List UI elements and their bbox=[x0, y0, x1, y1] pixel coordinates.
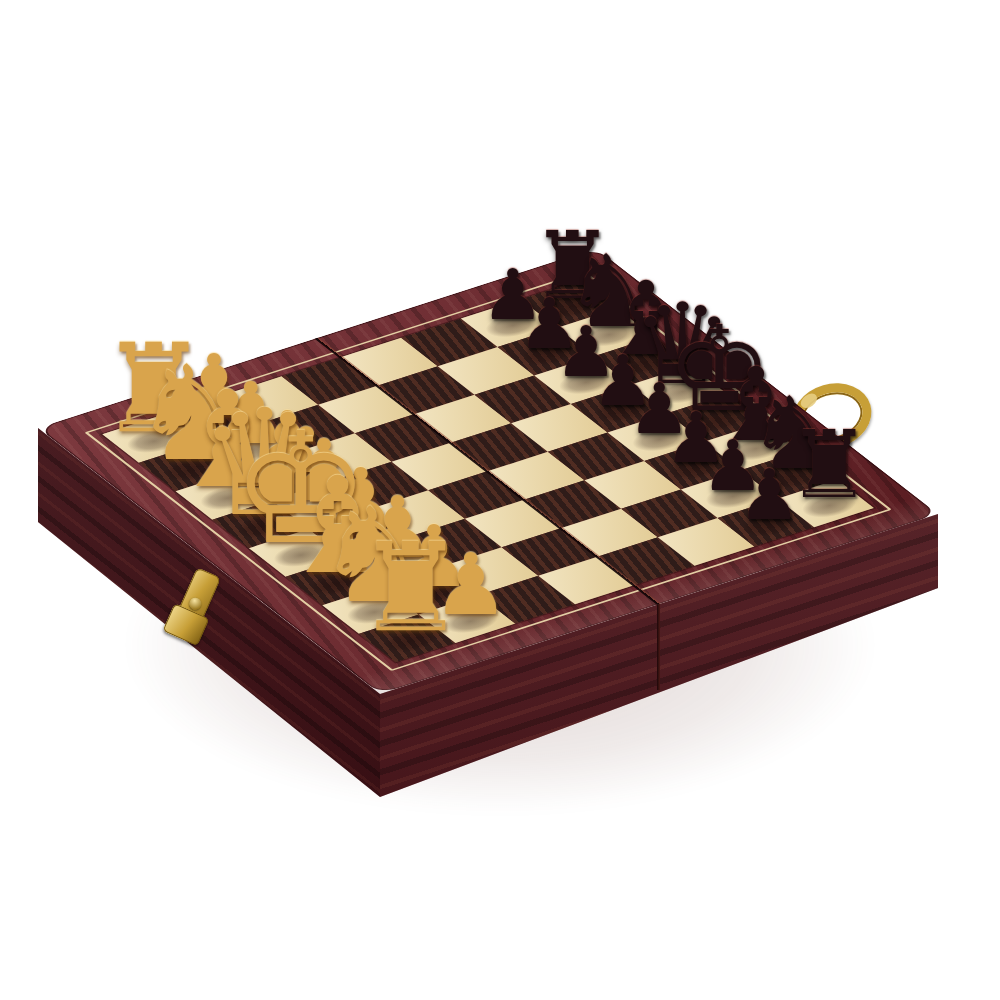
fold-seam-side-face bbox=[657, 604, 660, 690]
board-scene: ♜♟♟♜♞♟♟♞♝♟♟♝♛♟♟♛♚♟♟♚♝♟♟♝♞♟♟♞♜♟♟♜ bbox=[0, 0, 1000, 1000]
white-rook-icon: ♜ bbox=[356, 527, 465, 649]
black-pawn-icon: ♟ bbox=[737, 460, 800, 530]
